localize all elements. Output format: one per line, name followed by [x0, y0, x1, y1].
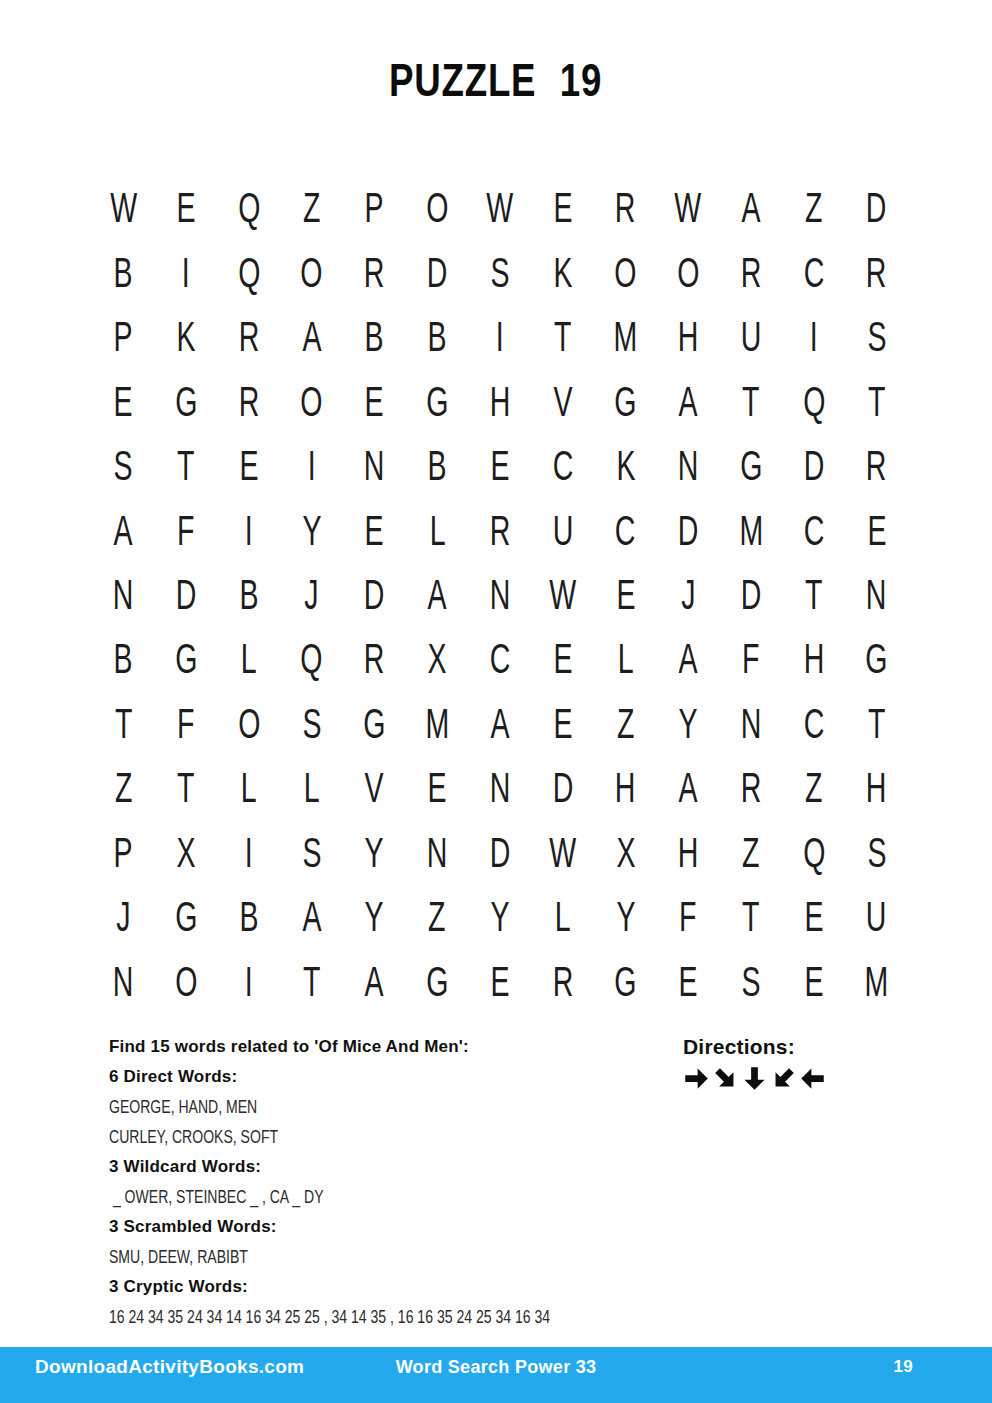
- grid-cell: O: [657, 240, 720, 304]
- arrow-down-left-icon: [770, 1065, 797, 1092]
- grid-cell: D: [155, 563, 218, 627]
- arrow-left-icon: [799, 1065, 826, 1092]
- grid-letter: E: [867, 510, 886, 552]
- grid-letter: H: [678, 316, 699, 358]
- grid-letter: E: [553, 703, 572, 745]
- grid-cell: L: [406, 498, 469, 562]
- grid-cell: N: [469, 756, 532, 820]
- grid-cell: B: [218, 563, 281, 627]
- grid-letter: U: [741, 316, 762, 358]
- grid-cell: L: [218, 756, 281, 820]
- grid-letter: C: [804, 252, 825, 294]
- grid-letter: O: [301, 381, 323, 423]
- grid-letter: T: [742, 896, 759, 938]
- clue-words-text: SMU, DEEW, RABIBT: [109, 1248, 248, 1266]
- grid-letter: R: [364, 252, 385, 294]
- grid-letter: J: [681, 574, 695, 616]
- grid-letter: H: [615, 767, 636, 809]
- grid-letter: C: [804, 703, 825, 745]
- clue-panel: Find 15 words related to 'Of Mice And Me…: [109, 1038, 669, 1338]
- grid-letter: B: [365, 316, 384, 358]
- grid-cell: Z: [782, 176, 845, 240]
- grid-cell: M: [406, 692, 469, 756]
- grid-cell: U: [531, 498, 594, 562]
- grid-cell: Z: [594, 692, 657, 756]
- grid-cell: B: [406, 305, 469, 369]
- grid-letter: Z: [115, 767, 132, 809]
- grid-cell: A: [406, 563, 469, 627]
- grid-letter: W: [110, 187, 137, 229]
- grid-cell: F: [155, 498, 218, 562]
- grid-cell: N: [845, 563, 908, 627]
- grid-cell: V: [343, 756, 406, 820]
- grid-cell: J: [280, 563, 343, 627]
- grid-cell: P: [343, 176, 406, 240]
- grid-letter: G: [175, 638, 197, 680]
- grid-letter: B: [239, 896, 258, 938]
- grid-cell: S: [280, 821, 343, 885]
- grid-letter: J: [305, 574, 319, 616]
- grid-letter: T: [805, 574, 822, 616]
- grid-cell: G: [155, 885, 218, 949]
- grid-letter: W: [487, 187, 514, 229]
- grid-cell: W: [531, 821, 594, 885]
- grid-letter: M: [425, 703, 449, 745]
- arrow-right-icon: [683, 1065, 710, 1092]
- grid-letter: A: [742, 187, 761, 229]
- grid-cell: S: [280, 692, 343, 756]
- grid-cell: E: [155, 176, 218, 240]
- grid-cell: A: [657, 369, 720, 433]
- grid-letter: A: [679, 381, 698, 423]
- grid-cell: R: [594, 176, 657, 240]
- grid-letter: D: [364, 574, 385, 616]
- grid-letter: T: [742, 381, 759, 423]
- arrow-down-right-icon: [712, 1065, 739, 1092]
- grid-cell: B: [406, 434, 469, 498]
- grid-letter: A: [114, 510, 133, 552]
- grid-letter: G: [363, 703, 385, 745]
- grid-letter: R: [615, 187, 636, 229]
- grid-cell: C: [531, 434, 594, 498]
- clue-words-line: SMU, DEEW, RABIBT: [109, 1248, 669, 1266]
- grid-letter: S: [302, 703, 321, 745]
- find-instruction: Find 15 words related to 'Of Mice And Me…: [109, 1038, 669, 1056]
- grid-letter: G: [614, 961, 636, 1003]
- grid-letter: P: [114, 832, 133, 874]
- grid-letter: I: [810, 316, 818, 358]
- grid-cell: U: [845, 885, 908, 949]
- grid-letter: S: [742, 961, 761, 1003]
- grid-letter: W: [675, 187, 702, 229]
- grid-letter: E: [616, 574, 635, 616]
- grid-letter: A: [365, 961, 384, 1003]
- grid-cell: N: [406, 821, 469, 885]
- grid-letter: Z: [805, 767, 822, 809]
- grid-cell: B: [92, 627, 155, 691]
- grid-cell: D: [782, 434, 845, 498]
- grid-letter: O: [301, 252, 323, 294]
- grid-letter: H: [490, 381, 511, 423]
- grid-cell: D: [343, 563, 406, 627]
- grid-letter: G: [426, 961, 448, 1003]
- directions-label: Directions:: [683, 1035, 826, 1059]
- grid-cell: S: [92, 434, 155, 498]
- clue-words-text: CURLEY, CROOKS, SOFT: [109, 1128, 278, 1146]
- grid-cell: E: [531, 692, 594, 756]
- grid-letter: N: [678, 445, 699, 487]
- grid-cell: E: [343, 498, 406, 562]
- grid-letter: K: [553, 252, 572, 294]
- grid-letter: O: [677, 252, 699, 294]
- grid-cell: I: [280, 434, 343, 498]
- grid-cell: A: [280, 885, 343, 949]
- grid-cell: M: [845, 950, 908, 1014]
- grid-cell: T: [845, 369, 908, 433]
- clue-heading: 3 Scrambled Words:: [109, 1218, 669, 1236]
- grid-letter: E: [804, 961, 823, 1003]
- grid-letter: R: [741, 252, 762, 294]
- arrow-down-icon: [741, 1065, 768, 1092]
- clue-words-text: 16 24 34 35 24 34 14 16 34 25 25 , 34 14…: [109, 1308, 550, 1326]
- clue-words-line: GEORGE, HAND, MEN: [109, 1098, 669, 1116]
- grid-letter: G: [614, 381, 636, 423]
- grid-letter: Z: [428, 896, 445, 938]
- grid-letter: T: [177, 445, 194, 487]
- grid-letter: E: [365, 381, 384, 423]
- grid-cell: Z: [406, 885, 469, 949]
- grid-cell: H: [782, 627, 845, 691]
- grid-letter: E: [553, 187, 572, 229]
- grid-letter: E: [177, 187, 196, 229]
- directions-arrows: [683, 1065, 826, 1092]
- grid-cell: I: [782, 305, 845, 369]
- clue-words-text: GEORGE, HAND, MEN: [109, 1098, 257, 1116]
- clue-sections: 6 Direct Words:GEORGE, HAND, MENCURLEY, …: [109, 1068, 669, 1326]
- grid-letter: R: [490, 510, 511, 552]
- grid-letter: A: [490, 703, 509, 745]
- grid-letter: M: [614, 316, 638, 358]
- grid-cell: R: [720, 756, 783, 820]
- grid-cell: J: [657, 563, 720, 627]
- grid-cell: K: [155, 305, 218, 369]
- grid-letter: Y: [365, 896, 384, 938]
- grid-letter: A: [679, 767, 698, 809]
- grid-cell: T: [720, 885, 783, 949]
- grid-cell: C: [469, 627, 532, 691]
- grid-letter: H: [678, 832, 699, 874]
- grid-cell: G: [406, 369, 469, 433]
- grid-letter: B: [428, 445, 447, 487]
- grid-cell: S: [845, 305, 908, 369]
- grid-letter: D: [427, 252, 448, 294]
- grid-cell: V: [531, 369, 594, 433]
- grid-letter: N: [427, 832, 448, 874]
- grid-cell: Y: [594, 885, 657, 949]
- grid-letter: Y: [616, 896, 635, 938]
- grid-letter: E: [239, 445, 258, 487]
- grid-cell: Z: [782, 756, 845, 820]
- grid-cell: T: [782, 563, 845, 627]
- clue-heading: 6 Direct Words:: [109, 1068, 669, 1086]
- grid-cell: E: [343, 369, 406, 433]
- grid-letter: I: [245, 510, 253, 552]
- grid-letter: Q: [803, 832, 825, 874]
- grid-cell: E: [406, 756, 469, 820]
- clue-words-line: 16 24 34 35 24 34 14 16 34 25 25 , 34 14…: [109, 1308, 669, 1326]
- grid-cell: E: [845, 498, 908, 562]
- grid-cell: C: [782, 498, 845, 562]
- grid-letter: C: [804, 510, 825, 552]
- grid-cell: J: [92, 885, 155, 949]
- grid-cell: Q: [782, 821, 845, 885]
- grid-letter: E: [490, 961, 509, 1003]
- grid-cell: A: [280, 305, 343, 369]
- grid-cell: Y: [280, 498, 343, 562]
- grid-cell: I: [155, 240, 218, 304]
- clue-words-text: _ OWER, STEINBEC _ , CA _ DY: [109, 1188, 324, 1206]
- grid-cell: S: [720, 950, 783, 1014]
- grid-cell: B: [218, 885, 281, 949]
- grid-letter: I: [245, 961, 253, 1003]
- grid-letter: Q: [301, 638, 323, 680]
- clue-words-line: CURLEY, CROOKS, SOFT: [109, 1128, 669, 1146]
- grid-letter: D: [552, 767, 573, 809]
- grid-letter: M: [739, 510, 763, 552]
- grid-cell: G: [155, 627, 218, 691]
- grid-cell: T: [155, 434, 218, 498]
- grid-letter: V: [365, 767, 384, 809]
- grid-letter: G: [740, 445, 762, 487]
- page-root: PUZZLE 19 WEQZPOWERWAZDBIQORDSKOORCRPKRA…: [0, 0, 992, 1403]
- grid-cell: N: [657, 434, 720, 498]
- grid-letter: Y: [679, 703, 698, 745]
- grid-letter: Q: [803, 381, 825, 423]
- grid-cell: C: [782, 692, 845, 756]
- grid-letter: E: [679, 961, 698, 1003]
- grid-cell: F: [720, 627, 783, 691]
- grid-cell: E: [657, 950, 720, 1014]
- grid-cell: C: [782, 240, 845, 304]
- grid-cell: L: [280, 756, 343, 820]
- grid-cell: M: [720, 498, 783, 562]
- grid-letter: J: [116, 896, 130, 938]
- grid-cell: D: [406, 240, 469, 304]
- grid-cell: Z: [280, 176, 343, 240]
- grid-cell: Q: [280, 627, 343, 691]
- grid-letter: C: [615, 510, 636, 552]
- grid-cell: X: [594, 821, 657, 885]
- grid-cell: H: [657, 305, 720, 369]
- grid-cell: A: [343, 950, 406, 1014]
- grid-cell: Z: [720, 821, 783, 885]
- grid-cell: G: [720, 434, 783, 498]
- grid-letter: R: [239, 381, 260, 423]
- grid-letter: N: [490, 574, 511, 616]
- grid-cell: L: [531, 885, 594, 949]
- grid-cell: Y: [343, 821, 406, 885]
- grid-letter: W: [549, 574, 576, 616]
- grid-cell: S: [845, 821, 908, 885]
- grid-letter: C: [490, 638, 511, 680]
- grid-cell: C: [594, 498, 657, 562]
- grid-letter: R: [239, 316, 260, 358]
- grid-cell: A: [657, 627, 720, 691]
- grid-letter: H: [866, 767, 887, 809]
- grid-letter: Y: [365, 832, 384, 874]
- grid-letter: S: [114, 445, 133, 487]
- grid-letter: I: [496, 316, 504, 358]
- grid-cell: R: [218, 369, 281, 433]
- grid-letter: D: [678, 510, 699, 552]
- grid-cell: W: [657, 176, 720, 240]
- grid-letter: L: [241, 767, 257, 809]
- grid-cell: O: [280, 369, 343, 433]
- grid-cell: I: [469, 305, 532, 369]
- grid-letter: D: [490, 832, 511, 874]
- grid-letter: L: [241, 638, 257, 680]
- grid-letter: T: [115, 703, 132, 745]
- grid-cell: O: [218, 692, 281, 756]
- grid-letter: N: [113, 574, 134, 616]
- grid-letter: S: [302, 832, 321, 874]
- grid-letter: T: [177, 767, 194, 809]
- grid-cell: D: [845, 176, 908, 240]
- grid-cell: E: [469, 950, 532, 1014]
- grid-cell: P: [92, 305, 155, 369]
- grid-cell: G: [406, 950, 469, 1014]
- grid-cell: Q: [218, 240, 281, 304]
- grid-letter: B: [428, 316, 447, 358]
- grid-cell: Z: [92, 756, 155, 820]
- grid-cell: P: [92, 821, 155, 885]
- grid-cell: T: [92, 692, 155, 756]
- clue-words-line: _ OWER, STEINBEC _ , CA _ DY: [109, 1188, 669, 1206]
- grid-cell: O: [280, 240, 343, 304]
- grid-letter: B: [114, 638, 133, 680]
- grid-cell: O: [155, 950, 218, 1014]
- grid-letter: S: [867, 832, 886, 874]
- grid-cell: T: [531, 305, 594, 369]
- grid-letter: Z: [805, 187, 822, 229]
- grid-letter: N: [741, 703, 762, 745]
- grid-letter: A: [679, 638, 698, 680]
- grid-cell: R: [218, 305, 281, 369]
- grid-cell: D: [531, 756, 594, 820]
- grid-cell: I: [218, 498, 281, 562]
- grid-cell: T: [155, 756, 218, 820]
- grid-cell: E: [92, 369, 155, 433]
- grid-cell: R: [343, 627, 406, 691]
- grid-letter: Z: [742, 832, 759, 874]
- grid-letter: O: [426, 187, 448, 229]
- grid-letter: N: [113, 961, 134, 1003]
- grid-letter: M: [865, 961, 889, 1003]
- grid-letter: T: [868, 381, 885, 423]
- grid-letter: E: [553, 638, 572, 680]
- grid-letter: D: [866, 187, 887, 229]
- grid-letter: F: [742, 638, 759, 680]
- grid-cell: L: [218, 627, 281, 691]
- grid-cell: G: [845, 627, 908, 691]
- grid-cell: T: [720, 369, 783, 433]
- grid-cell: Y: [657, 692, 720, 756]
- grid-letter: I: [182, 252, 190, 294]
- grid-cell: R: [343, 240, 406, 304]
- grid-cell: G: [155, 369, 218, 433]
- grid-cell: I: [218, 821, 281, 885]
- grid-cell: R: [469, 498, 532, 562]
- grid-letter: E: [365, 510, 384, 552]
- grid-letter: T: [554, 316, 571, 358]
- grid-cell: E: [782, 885, 845, 949]
- directions-panel: Directions:: [683, 1035, 826, 1092]
- grid-cell: O: [406, 176, 469, 240]
- grid-letter: Y: [490, 896, 509, 938]
- footer-bar: DownloadActivityBooks.com Word Search Po…: [0, 1347, 992, 1403]
- grid-letter: T: [303, 961, 320, 1003]
- grid-letter: C: [552, 445, 573, 487]
- grid-letter: I: [245, 832, 253, 874]
- grid-cell: A: [720, 176, 783, 240]
- grid-letter: E: [490, 445, 509, 487]
- grid-letter: Z: [617, 703, 634, 745]
- grid-letter: G: [426, 381, 448, 423]
- grid-letter: R: [741, 767, 762, 809]
- grid-letter: X: [428, 638, 447, 680]
- grid-cell: X: [155, 821, 218, 885]
- grid-letter: B: [239, 574, 258, 616]
- grid-cell: X: [406, 627, 469, 691]
- grid-letter: S: [867, 316, 886, 358]
- grid-letter: F: [177, 703, 194, 745]
- grid-letter: F: [177, 510, 194, 552]
- clue-heading: 3 Wildcard Words:: [109, 1158, 669, 1176]
- footer-book-title: Word Search Power 33: [0, 1357, 992, 1378]
- grid-cell: Q: [218, 176, 281, 240]
- grid-letter: B: [114, 252, 133, 294]
- grid-cell: B: [92, 240, 155, 304]
- word-search-grid: WEQZPOWERWAZDBIQORDSKOORCRPKRABBITMHUISE…: [92, 176, 908, 1014]
- grid-cell: K: [531, 240, 594, 304]
- grid-letter: P: [114, 316, 133, 358]
- grid-letter: N: [490, 767, 511, 809]
- grid-letter: L: [555, 896, 571, 938]
- grid-cell: N: [469, 563, 532, 627]
- grid-cell: G: [343, 692, 406, 756]
- grid-cell: E: [469, 434, 532, 498]
- grid-letter: K: [177, 316, 196, 358]
- grid-letter: Y: [302, 510, 321, 552]
- grid-letter: G: [865, 638, 887, 680]
- grid-cell: W: [469, 176, 532, 240]
- grid-letter: R: [364, 638, 385, 680]
- grid-letter: P: [365, 187, 384, 229]
- grid-cell: H: [594, 756, 657, 820]
- grid-cell: F: [155, 692, 218, 756]
- grid-cell: U: [720, 305, 783, 369]
- grid-letter: E: [114, 381, 133, 423]
- grid-cell: D: [657, 498, 720, 562]
- grid-cell: S: [469, 240, 532, 304]
- grid-letter: F: [680, 896, 697, 938]
- grid-letter: K: [616, 445, 635, 487]
- grid-cell: A: [657, 756, 720, 820]
- grid-letter: R: [866, 252, 887, 294]
- grid-letter: R: [552, 961, 573, 1003]
- grid-letter: D: [741, 574, 762, 616]
- grid-letter: T: [868, 703, 885, 745]
